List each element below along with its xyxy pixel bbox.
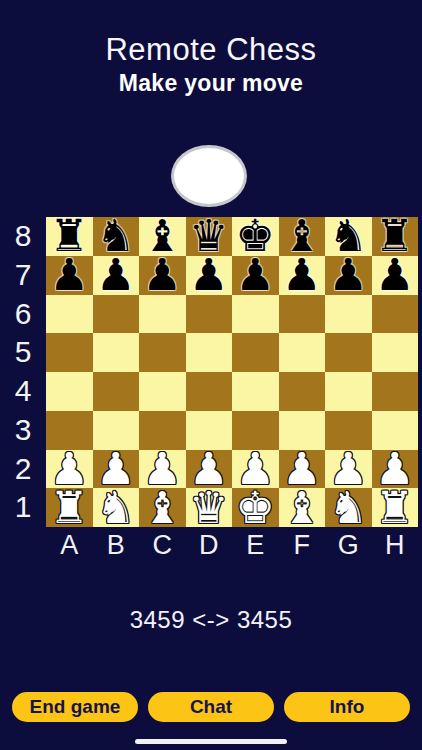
square-f3[interactable]: [279, 411, 326, 450]
square-e5[interactable]: [232, 333, 279, 372]
square-h5[interactable]: [372, 333, 419, 372]
square-d5[interactable]: [186, 333, 233, 372]
square-h8[interactable]: ♜: [372, 217, 419, 256]
square-f7[interactable]: ♟: [279, 256, 326, 295]
square-a7[interactable]: ♟: [46, 256, 93, 295]
piece-white-pawn: ♟: [96, 450, 135, 488]
square-d6[interactable]: [186, 295, 233, 334]
square-e2[interactable]: ♟: [232, 450, 279, 489]
piece-black-pawn: ♟: [50, 256, 89, 294]
move-indicator-oval: [171, 145, 247, 207]
piece-white-knight: ♞: [96, 489, 135, 527]
piece-white-rook: ♜: [50, 489, 89, 527]
piece-white-pawn: ♟: [143, 450, 182, 488]
square-g2[interactable]: ♟: [325, 450, 372, 489]
rank-label-1: 1: [6, 488, 40, 527]
piece-black-pawn: ♟: [282, 256, 321, 294]
square-d7[interactable]: ♟: [186, 256, 233, 295]
square-g3[interactable]: [325, 411, 372, 450]
rank-label-5: 5: [6, 333, 40, 372]
square-g4[interactable]: [325, 372, 372, 411]
square-e8[interactable]: ♚: [232, 217, 279, 256]
game-id-label: 3459 <-> 3455: [0, 607, 422, 633]
piece-black-bishop: ♝: [282, 217, 321, 255]
square-b6[interactable]: [93, 295, 140, 334]
piece-white-knight: ♞: [329, 489, 368, 527]
square-e7[interactable]: ♟: [232, 256, 279, 295]
square-f1[interactable]: ♝: [279, 488, 326, 527]
piece-black-knight: ♞: [329, 217, 368, 255]
rank-label-3: 3: [6, 411, 40, 450]
square-g7[interactable]: ♟: [325, 256, 372, 295]
square-c8[interactable]: ♝: [139, 217, 186, 256]
piece-white-pawn: ♟: [329, 450, 368, 488]
square-f6[interactable]: [279, 295, 326, 334]
square-a6[interactable]: [46, 295, 93, 334]
square-d4[interactable]: [186, 372, 233, 411]
chess-board[interactable]: ♜♞♝♛♚♝♞♜♟♟♟♟♟♟♟♟♟♟♟♟♟♟♟♟♜♞♝♛♚♝♞♜: [46, 217, 418, 527]
square-c4[interactable]: [139, 372, 186, 411]
piece-black-pawn: ♟: [236, 256, 275, 294]
square-f2[interactable]: ♟: [279, 450, 326, 489]
square-b3[interactable]: [93, 411, 140, 450]
square-c3[interactable]: [139, 411, 186, 450]
turn-prompt: Make your move: [0, 72, 422, 95]
piece-white-pawn: ♟: [189, 450, 228, 488]
info-button[interactable]: Info: [284, 692, 410, 722]
piece-white-bishop: ♝: [143, 489, 182, 527]
square-e4[interactable]: [232, 372, 279, 411]
square-f5[interactable]: [279, 333, 326, 372]
square-h2[interactable]: ♟: [372, 450, 419, 489]
square-b2[interactable]: ♟: [93, 450, 140, 489]
square-b5[interactable]: [93, 333, 140, 372]
toolbar: End game Chat Info: [12, 692, 410, 722]
rank-label-6: 6: [6, 295, 40, 334]
piece-white-queen: ♛: [189, 489, 228, 527]
piece-black-rook: ♜: [50, 217, 89, 255]
square-c7[interactable]: ♟: [139, 256, 186, 295]
square-h1[interactable]: ♜: [372, 488, 419, 527]
square-d8[interactable]: ♛: [186, 217, 233, 256]
square-g8[interactable]: ♞: [325, 217, 372, 256]
file-label-d: D: [186, 529, 233, 561]
piece-white-rook: ♜: [375, 489, 414, 527]
square-f8[interactable]: ♝: [279, 217, 326, 256]
square-h6[interactable]: [372, 295, 419, 334]
square-g6[interactable]: [325, 295, 372, 334]
page-title: Remote Chess: [0, 34, 422, 65]
square-d2[interactable]: ♟: [186, 450, 233, 489]
rank-label-2: 2: [6, 450, 40, 489]
piece-white-bishop: ♝: [282, 489, 321, 527]
piece-black-pawn: ♟: [329, 256, 368, 294]
rank-label-4: 4: [6, 372, 40, 411]
square-h3[interactable]: [372, 411, 419, 450]
piece-black-pawn: ♟: [375, 256, 414, 294]
square-g5[interactable]: [325, 333, 372, 372]
square-a4[interactable]: [46, 372, 93, 411]
rank-labels: 87654321: [6, 217, 40, 527]
piece-black-pawn: ♟: [189, 256, 228, 294]
rank-label-8: 8: [6, 217, 40, 256]
screen: Remote Chess Make your move 87654321 ♜♞♝…: [0, 0, 422, 750]
square-a2[interactable]: ♟: [46, 450, 93, 489]
file-label-b: B: [93, 529, 140, 561]
square-d1[interactable]: ♛: [186, 488, 233, 527]
file-label-f: F: [279, 529, 326, 561]
piece-white-king: ♚: [236, 489, 275, 527]
piece-black-pawn: ♟: [96, 256, 135, 294]
piece-black-knight: ♞: [96, 217, 135, 255]
piece-black-king: ♚: [236, 217, 275, 255]
piece-white-pawn: ♟: [375, 450, 414, 488]
file-label-c: C: [139, 529, 186, 561]
piece-black-rook: ♜: [375, 217, 414, 255]
square-a5[interactable]: [46, 333, 93, 372]
square-b4[interactable]: [93, 372, 140, 411]
file-label-g: G: [325, 529, 372, 561]
rank-label-7: 7: [6, 256, 40, 295]
square-c1[interactable]: ♝: [139, 488, 186, 527]
file-label-e: E: [232, 529, 279, 561]
square-b1[interactable]: ♞: [93, 488, 140, 527]
square-b7[interactable]: ♟: [93, 256, 140, 295]
square-h7[interactable]: ♟: [372, 256, 419, 295]
square-a3[interactable]: [46, 411, 93, 450]
square-e1[interactable]: ♚: [232, 488, 279, 527]
file-label-h: H: [372, 529, 419, 561]
end-game-button[interactable]: End game: [12, 692, 138, 722]
piece-white-pawn: ♟: [236, 450, 275, 488]
file-label-a: A: [46, 529, 93, 561]
home-indicator[interactable]: [135, 739, 287, 744]
square-e6[interactable]: [232, 295, 279, 334]
square-a8[interactable]: ♜: [46, 217, 93, 256]
piece-white-pawn: ♟: [50, 450, 89, 488]
piece-black-pawn: ♟: [143, 256, 182, 294]
piece-white-pawn: ♟: [282, 450, 321, 488]
square-c5[interactable]: [139, 333, 186, 372]
square-a1[interactable]: ♜: [46, 488, 93, 527]
piece-black-queen: ♛: [189, 217, 228, 255]
square-h4[interactable]: [372, 372, 419, 411]
square-f4[interactable]: [279, 372, 326, 411]
square-b8[interactable]: ♞: [93, 217, 140, 256]
square-c2[interactable]: ♟: [139, 450, 186, 489]
chat-button[interactable]: Chat: [148, 692, 274, 722]
piece-black-bishop: ♝: [143, 217, 182, 255]
square-d3[interactable]: [186, 411, 233, 450]
square-e3[interactable]: [232, 411, 279, 450]
square-g1[interactable]: ♞: [325, 488, 372, 527]
file-labels: ABCDEFGH: [46, 529, 418, 561]
square-c6[interactable]: [139, 295, 186, 334]
